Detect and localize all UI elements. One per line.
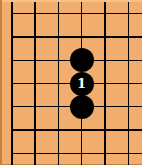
- grid-line-horizontal: [11, 36, 143, 37]
- go-board: 1: [0, 0, 142, 165]
- board-left-shadow: [0, 0, 2, 165]
- board-top-highlight: [0, 0, 142, 2]
- black-stone: [70, 48, 94, 72]
- black-stone: [70, 95, 94, 119]
- black-stone: 1: [70, 72, 94, 96]
- board-bottom-shadow: [0, 164, 142, 165]
- grid-line-horizontal: [11, 129, 143, 130]
- stone-move-number: 1: [77, 77, 86, 91]
- grid-line-horizontal: [11, 13, 143, 14]
- grid-line-horizontal: [11, 153, 143, 154]
